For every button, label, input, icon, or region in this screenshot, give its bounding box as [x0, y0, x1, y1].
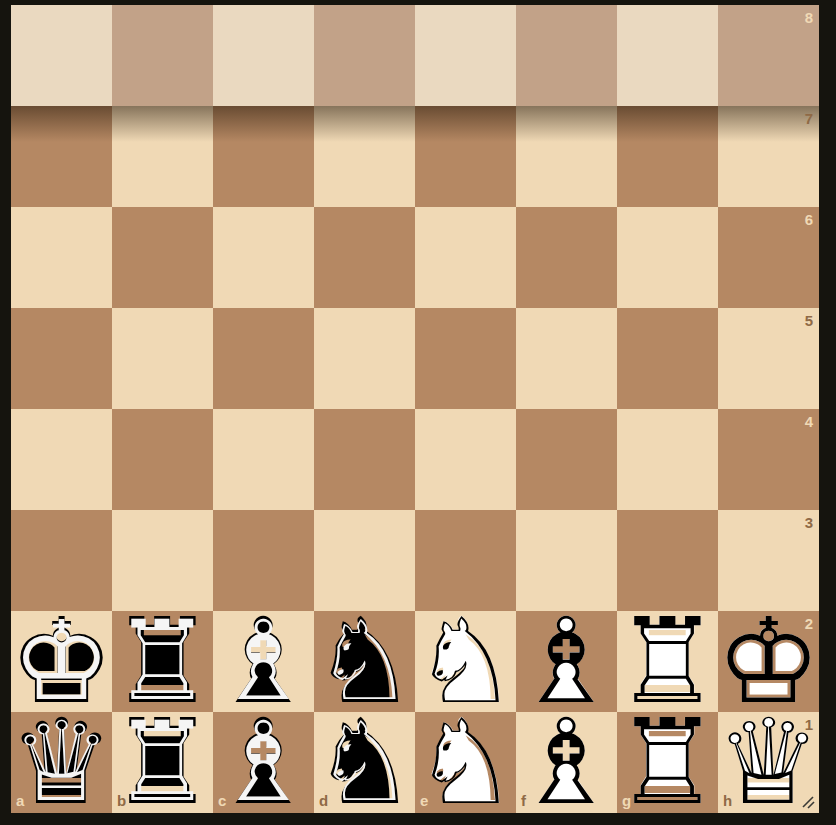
square-b4[interactable]	[112, 409, 213, 510]
square-f5[interactable]	[516, 308, 617, 409]
square-b6[interactable]	[112, 207, 213, 308]
square-b8[interactable]	[112, 5, 213, 106]
square-h8[interactable]	[718, 5, 819, 106]
square-d1[interactable]: ♞♘	[314, 712, 415, 813]
square-h5[interactable]	[718, 308, 819, 409]
white-bishop-icon[interactable]: ♝♗	[516, 712, 617, 813]
square-a6[interactable]	[11, 207, 112, 308]
square-b5[interactable]	[112, 308, 213, 409]
black-piece-detail: ♘	[318, 716, 412, 810]
board-resize-grip-icon[interactable]	[801, 795, 815, 809]
square-d4[interactable]	[314, 409, 415, 510]
square-f4[interactable]	[516, 409, 617, 510]
square-g1[interactable]: ♜♖	[617, 712, 718, 813]
square-h7[interactable]	[718, 106, 819, 207]
square-f7[interactable]	[516, 106, 617, 207]
square-e7[interactable]	[415, 106, 516, 207]
white-knight-icon[interactable]: ♞♘	[415, 712, 516, 813]
square-g4[interactable]	[617, 409, 718, 510]
page-background: ♚♔♜♖♝♗♞♘♞♘♝♗♜♖♚♔♛♕♜♖♝♗♞♘♞♘♝♗♜♖♛♕87654321…	[0, 0, 836, 825]
square-b7[interactable]	[112, 106, 213, 207]
square-d5[interactable]	[314, 308, 415, 409]
white-piece-outline: ♖	[617, 712, 718, 813]
white-rook-icon[interactable]: ♜♖	[617, 712, 718, 813]
square-e5[interactable]	[415, 308, 516, 409]
black-piece-detail: ♗	[217, 716, 311, 810]
square-g5[interactable]	[617, 308, 718, 409]
square-a4[interactable]	[11, 409, 112, 510]
square-f1[interactable]: ♝♗	[516, 712, 617, 813]
square-f6[interactable]	[516, 207, 617, 308]
square-e4[interactable]	[415, 409, 516, 510]
square-a8[interactable]	[11, 5, 112, 106]
square-d6[interactable]	[314, 207, 415, 308]
square-e6[interactable]	[415, 207, 516, 308]
black-bishop-icon[interactable]: ♝♗	[213, 712, 314, 813]
black-rook-icon[interactable]: ♜♖	[112, 712, 213, 813]
black-piece-detail: ♕	[15, 716, 109, 810]
square-c7[interactable]	[213, 106, 314, 207]
square-d8[interactable]	[314, 5, 415, 106]
black-knight-icon[interactable]: ♞♘	[314, 712, 415, 813]
square-c6[interactable]	[213, 207, 314, 308]
square-a7[interactable]	[11, 106, 112, 207]
square-d7[interactable]	[314, 106, 415, 207]
white-piece-outline: ♘	[415, 712, 516, 813]
square-h4[interactable]	[718, 409, 819, 510]
square-a1[interactable]: ♛♕	[11, 712, 112, 813]
square-b1[interactable]: ♜♖	[112, 712, 213, 813]
square-g8[interactable]	[617, 5, 718, 106]
square-f8[interactable]	[516, 5, 617, 106]
black-queen-icon[interactable]: ♛♕	[11, 712, 112, 813]
square-g7[interactable]	[617, 106, 718, 207]
square-c8[interactable]	[213, 5, 314, 106]
square-h6[interactable]	[718, 207, 819, 308]
white-piece-outline: ♗	[516, 712, 617, 813]
square-g6[interactable]	[617, 207, 718, 308]
square-e8[interactable]	[415, 5, 516, 106]
square-e1[interactable]: ♞♘	[415, 712, 516, 813]
square-c4[interactable]	[213, 409, 314, 510]
square-a5[interactable]	[11, 308, 112, 409]
black-piece-detail: ♖	[116, 716, 210, 810]
square-c5[interactable]	[213, 308, 314, 409]
square-c1[interactable]: ♝♗	[213, 712, 314, 813]
chess-board: ♚♔♜♖♝♗♞♘♞♘♝♗♜♖♚♔♛♕♜♖♝♗♞♘♞♘♝♗♜♖♛♕87654321…	[11, 5, 819, 813]
